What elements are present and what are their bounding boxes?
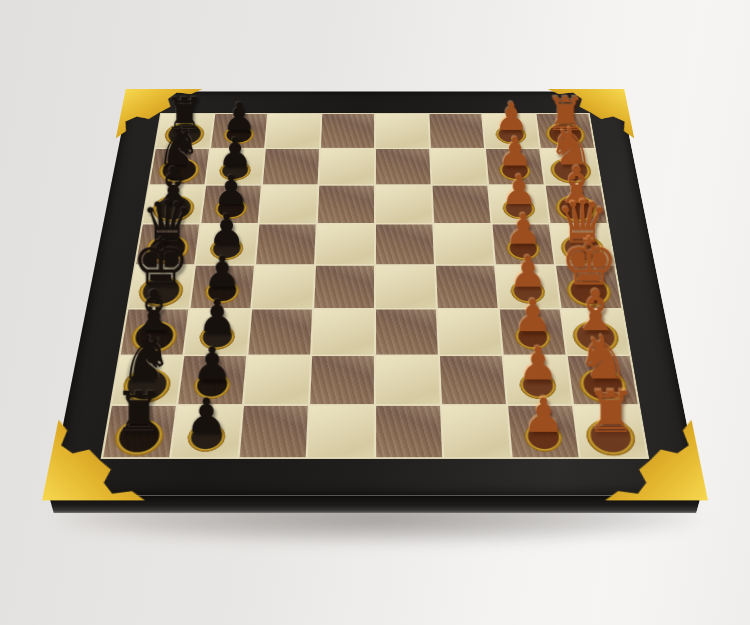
rook-glyph: ♜ <box>586 387 636 439</box>
piece-black-pawn-h7[interactable]: ♟ <box>173 335 240 438</box>
chess-board: ♜♞♝♛♚♝♞♜♟♟♟♟♟♟♟♟♟♟♟♟♟♟♟♟♜♞♝♛♚♝♞♜ <box>49 92 701 496</box>
piece-white-rook-h1[interactable]: ♜ <box>577 335 644 438</box>
piece-black-rook-h8[interactable]: ♜ <box>105 335 172 438</box>
photo-scene: ♜♞♝♛♚♝♞♜♟♟♟♟♟♟♟♟♟♟♟♟♟♟♟♟♜♞♝♛♚♝♞♜ <box>0 0 750 625</box>
pawn-glyph: ♟ <box>185 395 227 438</box>
piece-white-pawn-h2[interactable]: ♟ <box>510 335 577 438</box>
pieces-layer: ♜♞♝♛♚♝♞♜♟♟♟♟♟♟♟♟♟♟♟♟♟♟♟♟♜♞♝♛♚♝♞♜ <box>49 92 701 496</box>
board-near-side-face <box>49 496 701 514</box>
rook-glyph: ♜ <box>114 387 164 439</box>
pawn-glyph: ♟ <box>522 395 564 438</box>
